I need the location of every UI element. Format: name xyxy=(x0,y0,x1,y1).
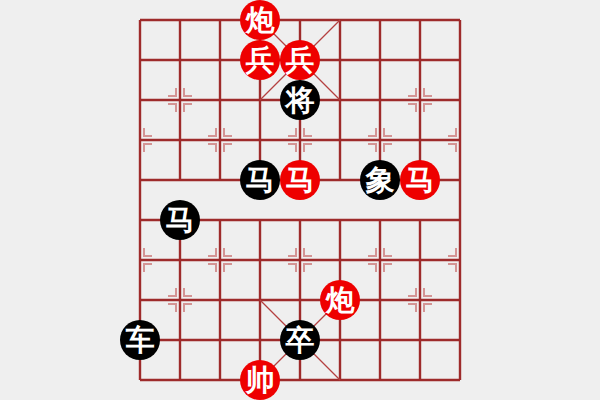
red-cannon[interactable]: 炮 xyxy=(320,280,360,320)
black-horse[interactable]: 马 xyxy=(240,160,280,200)
red-soldier[interactable]: 兵 xyxy=(240,40,280,80)
red-general[interactable]: 帅 xyxy=(240,360,280,400)
black-chariot[interactable]: 车 xyxy=(120,320,160,360)
black-horse[interactable]: 马 xyxy=(160,200,200,240)
red-horse[interactable]: 马 xyxy=(280,160,320,200)
piece-grid: 炮兵兵将马马象马马炮车卒帅 xyxy=(120,0,480,400)
xiangqi-board: 炮兵兵将马马象马马炮车卒帅 xyxy=(0,0,600,400)
black-soldier[interactable]: 卒 xyxy=(280,320,320,360)
red-horse[interactable]: 马 xyxy=(400,160,440,200)
black-general[interactable]: 将 xyxy=(280,80,320,120)
red-cannon[interactable]: 炮 xyxy=(240,0,280,40)
black-elephant[interactable]: 象 xyxy=(360,160,400,200)
red-soldier[interactable]: 兵 xyxy=(280,40,320,80)
